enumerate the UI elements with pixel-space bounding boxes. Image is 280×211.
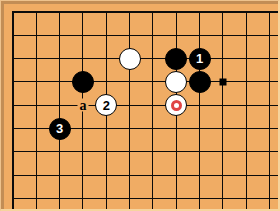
- board-cell: [188, 70, 211, 93]
- circle-marked-white-stone: [165, 94, 187, 116]
- board-cell: [211, 140, 234, 163]
- move-1-stone: 1: [189, 48, 211, 70]
- black-stone: [189, 71, 211, 93]
- board-cell: [211, 70, 234, 93]
- board-cell: [141, 94, 164, 117]
- board-cell: [211, 24, 234, 47]
- board-cell: [188, 187, 211, 210]
- move-3-stone: 3: [49, 118, 71, 140]
- board-cell: [141, 187, 164, 210]
- board-cell: a: [71, 94, 94, 117]
- board-cell: [258, 164, 280, 187]
- point-label-a: a: [77, 99, 88, 112]
- board-cell: [141, 0, 164, 23]
- board-cell: 2: [95, 94, 118, 117]
- board-cell: [211, 94, 234, 117]
- board-cell: [211, 47, 234, 70]
- board-cell: [235, 24, 258, 47]
- board-cell: [258, 140, 280, 163]
- board-cell: [141, 70, 164, 93]
- board-cell: [71, 24, 94, 47]
- board-cell: [141, 47, 164, 70]
- board-cell: [48, 47, 71, 70]
- board-cell: [48, 70, 71, 93]
- black-stone: [165, 48, 187, 70]
- board-cell: [211, 187, 234, 210]
- board-cell: [165, 140, 188, 163]
- board-cell: [141, 117, 164, 140]
- board-cell: [71, 187, 94, 210]
- board-cell: [95, 47, 118, 70]
- board-cell: [118, 70, 141, 93]
- board-cell: [71, 164, 94, 187]
- board-cell: [95, 140, 118, 163]
- board-cell: [25, 117, 48, 140]
- board-cell: [95, 24, 118, 47]
- board-cell: [1, 94, 24, 117]
- board-cell: [211, 117, 234, 140]
- board-cell: [1, 47, 24, 70]
- board-cell: [95, 164, 118, 187]
- board-cell: 1: [188, 47, 211, 70]
- board-cell: [165, 70, 188, 93]
- board-cell: [165, 0, 188, 23]
- board-cell: [1, 24, 24, 47]
- board-cell: [25, 187, 48, 210]
- board-cell: [71, 70, 94, 93]
- board-cell: [235, 94, 258, 117]
- board-cell: [1, 187, 24, 210]
- board-cell: [48, 140, 71, 163]
- board-cell: [71, 47, 94, 70]
- board-cell: 3: [48, 117, 71, 140]
- board-cell: [118, 140, 141, 163]
- board-cell: [118, 24, 141, 47]
- board-cell: [25, 70, 48, 93]
- board-cell: [258, 0, 280, 23]
- go-board-diagram: 1a23: [0, 0, 280, 211]
- board-cell: [235, 140, 258, 163]
- board-cell: [48, 187, 71, 210]
- board-cell: [48, 24, 71, 47]
- board-cell: [211, 0, 234, 23]
- board-cell: [235, 164, 258, 187]
- board-cell: [48, 94, 71, 117]
- board-cell: [188, 24, 211, 47]
- board-cell: [165, 24, 188, 47]
- board-cell: [235, 117, 258, 140]
- white-stone: [119, 48, 141, 70]
- board-cell: [118, 47, 141, 70]
- board-cell: [258, 187, 280, 210]
- board-cell: [25, 47, 48, 70]
- board-cell: [48, 164, 71, 187]
- board-cell: [1, 117, 24, 140]
- board-cell: [118, 164, 141, 187]
- board-cell: [235, 47, 258, 70]
- board-cell: [258, 94, 280, 117]
- board-cell: [118, 0, 141, 23]
- board-cell: [235, 70, 258, 93]
- circle-mark-icon: [171, 100, 182, 111]
- board-cell: [48, 0, 71, 23]
- board-cell: [118, 187, 141, 210]
- board-cell: [95, 70, 118, 93]
- board-cell: [95, 0, 118, 23]
- board-cell: [141, 140, 164, 163]
- board-cell: [25, 140, 48, 163]
- board-cell: [188, 117, 211, 140]
- move-2-stone: 2: [95, 94, 117, 116]
- board-cell: [188, 94, 211, 117]
- board-cell: [258, 70, 280, 93]
- board-cell: [118, 94, 141, 117]
- board-cell: [1, 0, 24, 23]
- board-cell: [71, 0, 94, 23]
- board-cell: [258, 24, 280, 47]
- board-cell: [165, 117, 188, 140]
- board-cell: [165, 164, 188, 187]
- board-cell: [25, 164, 48, 187]
- board-cell: [165, 187, 188, 210]
- board-cell: [165, 94, 188, 117]
- board-cell: [1, 140, 24, 163]
- board-cell: [235, 187, 258, 210]
- board-cell: [1, 164, 24, 187]
- black-stone: [72, 71, 94, 93]
- board-cell: [71, 140, 94, 163]
- board-cell: [71, 117, 94, 140]
- board-cell: [258, 47, 280, 70]
- board-cell: [25, 94, 48, 117]
- board-cell: [95, 187, 118, 210]
- board-cell: [141, 24, 164, 47]
- board-cell: [165, 47, 188, 70]
- board-cell: [25, 24, 48, 47]
- board-cell: [188, 0, 211, 23]
- board-cell: [25, 0, 48, 23]
- board-cell: [235, 0, 258, 23]
- star-point-marker: [219, 78, 226, 85]
- board-cell: [211, 164, 234, 187]
- white-stone: [165, 71, 187, 93]
- board-cell: [141, 164, 164, 187]
- board-cell: [118, 117, 141, 140]
- board-cell: [188, 140, 211, 163]
- board-cell: [258, 117, 280, 140]
- board-cell: [188, 164, 211, 187]
- board-cell: [95, 117, 118, 140]
- go-board-grid: 1a23: [1, 0, 280, 210]
- board-cell: [1, 70, 24, 93]
